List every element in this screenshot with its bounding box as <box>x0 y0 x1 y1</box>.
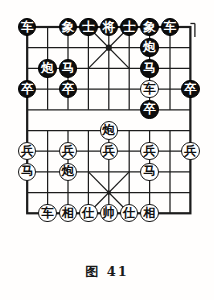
black-horse: 马 <box>140 59 158 77</box>
black-soldier: 卒 <box>140 100 158 118</box>
black-chariot: 车 <box>161 18 179 36</box>
board-intersection: 兵 <box>99 141 119 162</box>
black-advisor: 士 <box>120 18 138 36</box>
red-cannon: 炮 <box>59 163 77 181</box>
board-intersection: 马 <box>58 58 78 79</box>
black-cannon: 炮 <box>140 38 158 56</box>
board-intersection: 士 <box>78 17 98 38</box>
red-elephant: 相 <box>140 204 158 222</box>
black-advisor: 士 <box>79 18 97 36</box>
board-intersection: 相 <box>139 203 159 224</box>
board-intersection: 帅 <box>99 203 119 224</box>
red-advisor: 仕 <box>79 204 97 222</box>
red-general: 帅 <box>100 204 118 222</box>
red-soldier: 兵 <box>59 142 77 160</box>
board-intersection: 象 <box>139 17 159 38</box>
board-intersection: 卒 <box>17 79 37 100</box>
board-intersection: 炮 <box>139 37 159 58</box>
black-soldier: 卒 <box>18 80 36 98</box>
board-intersection: 车 <box>139 79 159 100</box>
board-intersection: 仕 <box>78 203 98 224</box>
board-intersection: 象 <box>58 17 78 38</box>
board-intersection: 仕 <box>119 203 139 224</box>
pieces-grid: 车象士将士象车炮炮马马卒卒卒卒车炮兵兵兵兵兵马炮马车相仕帅仕相 <box>17 17 201 224</box>
board-intersection: 兵 <box>17 141 37 162</box>
board-intersection: 卒 <box>180 79 200 100</box>
red-cannon: 炮 <box>100 121 118 139</box>
xiangqi-diagram: 车象士将士象车炮炮马马卒卒卒卒车炮兵兵兵兵兵马炮马车相仕帅仕相 图 41 <box>0 0 214 300</box>
red-soldier: 兵 <box>181 142 199 160</box>
red-horse: 马 <box>140 163 158 181</box>
red-advisor: 仕 <box>120 204 138 222</box>
red-chariot: 车 <box>38 204 56 222</box>
board-intersection: 炮 <box>99 120 119 141</box>
board-intersection: 炮 <box>37 58 57 79</box>
red-soldier: 兵 <box>100 142 118 160</box>
red-chariot: 车 <box>140 80 158 98</box>
black-horse: 马 <box>59 59 77 77</box>
board-intersection: 将 <box>99 17 119 38</box>
board-intersection: 兵 <box>58 141 78 162</box>
red-soldier: 兵 <box>18 142 36 160</box>
black-soldier: 卒 <box>59 80 77 98</box>
board-intersection: 相 <box>58 203 78 224</box>
board-intersection: 士 <box>119 17 139 38</box>
board-intersection: 卒 <box>58 79 78 100</box>
black-elephant: 象 <box>140 18 158 36</box>
board-intersection: 炮 <box>58 161 78 182</box>
board-intersection: 兵 <box>139 141 159 162</box>
board-intersection: 卒 <box>139 99 159 120</box>
board-intersection: 马 <box>139 161 159 182</box>
board-intersection: 兵 <box>180 141 200 162</box>
board-intersection: 车 <box>17 17 37 38</box>
board-intersection: 马 <box>139 58 159 79</box>
black-chariot: 车 <box>18 18 36 36</box>
board-intersection: 车 <box>160 17 180 38</box>
board-intersection: 马 <box>17 161 37 182</box>
black-general: 将 <box>100 18 118 36</box>
black-cannon: 炮 <box>38 59 56 77</box>
xiangqi-board: 车象士将士象车炮炮马马卒卒卒卒车炮兵兵兵兵兵马炮马车相仕帅仕相 <box>0 0 214 300</box>
red-horse: 马 <box>18 163 36 181</box>
board-intersection: 车 <box>37 203 57 224</box>
red-soldier: 兵 <box>140 142 158 160</box>
black-elephant: 象 <box>59 18 77 36</box>
black-soldier: 卒 <box>181 80 199 98</box>
red-elephant: 相 <box>59 204 77 222</box>
figure-caption: 图 41 <box>0 263 214 281</box>
